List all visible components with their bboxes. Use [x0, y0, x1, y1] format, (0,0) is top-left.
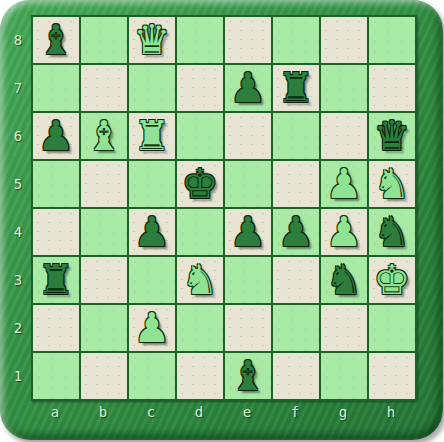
square-b5[interactable]: [81, 161, 127, 207]
square-g2[interactable]: [321, 305, 367, 351]
dark-pawn-c4[interactable]: ♟: [129, 209, 175, 255]
dark-pawn-f4[interactable]: ♟: [273, 209, 319, 255]
rank-label-5: 5: [6, 160, 30, 208]
dark-pawn-a6[interactable]: ♟: [33, 113, 79, 159]
dark-bishop-e1[interactable]: ♝: [225, 353, 271, 399]
light-pawn-g5[interactable]: ♟: [321, 161, 367, 207]
chess-board: ♝♛♟♜♟♝♜♛♚♟♞♟♟♟♟♞♜♞♞♚♟♝: [31, 15, 417, 401]
dark-knight-h4[interactable]: ♞: [369, 209, 415, 255]
square-b1[interactable]: [81, 353, 127, 399]
file-label-e: e: [223, 401, 271, 423]
square-b8[interactable]: [81, 17, 127, 63]
square-h3[interactable]: ♚: [369, 257, 415, 303]
dark-knight-g3[interactable]: ♞: [321, 257, 367, 303]
file-label-b: b: [79, 401, 127, 423]
light-rook-c6[interactable]: ♜: [129, 113, 175, 159]
square-d5[interactable]: ♚: [177, 161, 223, 207]
square-c3[interactable]: [129, 257, 175, 303]
file-label-c: c: [127, 401, 175, 423]
square-f6[interactable]: [273, 113, 319, 159]
square-f1[interactable]: [273, 353, 319, 399]
square-h5[interactable]: ♞: [369, 161, 415, 207]
rank-label-2: 2: [6, 304, 30, 352]
square-a3[interactable]: ♜: [33, 257, 79, 303]
square-c5[interactable]: [129, 161, 175, 207]
square-f8[interactable]: [273, 17, 319, 63]
square-e5[interactable]: [225, 161, 271, 207]
square-c4[interactable]: ♟: [129, 209, 175, 255]
square-a5[interactable]: [33, 161, 79, 207]
chess-app-window: 87654321 abcdefgh ♝♛♟♜♟♝♜♛♚♟♞♟♟♟♟♞♜♞♞♚♟♝: [0, 0, 444, 442]
square-h1[interactable]: [369, 353, 415, 399]
square-b6[interactable]: ♝: [81, 113, 127, 159]
rank-label-8: 8: [6, 16, 30, 64]
square-d6[interactable]: [177, 113, 223, 159]
file-label-h: h: [367, 401, 415, 423]
rank-label-7: 7: [6, 64, 30, 112]
square-h7[interactable]: [369, 65, 415, 111]
square-a4[interactable]: [33, 209, 79, 255]
file-label-g: g: [319, 401, 367, 423]
square-a2[interactable]: [33, 305, 79, 351]
dark-pawn-e7[interactable]: ♟: [225, 65, 271, 111]
square-a1[interactable]: [33, 353, 79, 399]
square-e3[interactable]: [225, 257, 271, 303]
dark-king-d5[interactable]: ♚: [177, 161, 223, 207]
square-c1[interactable]: [129, 353, 175, 399]
light-knight-h5[interactable]: ♞: [369, 161, 415, 207]
light-pawn-c2[interactable]: ♟: [129, 305, 175, 351]
square-f4[interactable]: ♟: [273, 209, 319, 255]
square-h4[interactable]: ♞: [369, 209, 415, 255]
light-queen-c8[interactable]: ♛: [129, 17, 175, 63]
square-f3[interactable]: [273, 257, 319, 303]
square-b7[interactable]: [81, 65, 127, 111]
square-g3[interactable]: ♞: [321, 257, 367, 303]
light-knight-d3[interactable]: ♞: [177, 257, 223, 303]
square-c6[interactable]: ♜: [129, 113, 175, 159]
square-e4[interactable]: ♟: [225, 209, 271, 255]
dark-queen-h6[interactable]: ♛: [369, 113, 415, 159]
file-label-d: d: [175, 401, 223, 423]
rank-label-4: 4: [6, 208, 30, 256]
square-d8[interactable]: [177, 17, 223, 63]
square-d4[interactable]: [177, 209, 223, 255]
square-b3[interactable]: [81, 257, 127, 303]
rank-label-6: 6: [6, 112, 30, 160]
dark-rook-a3[interactable]: ♜: [33, 257, 79, 303]
light-bishop-b6[interactable]: ♝: [81, 113, 127, 159]
square-a7[interactable]: [33, 65, 79, 111]
square-f5[interactable]: [273, 161, 319, 207]
square-b4[interactable]: [81, 209, 127, 255]
light-pawn-g4[interactable]: ♟: [321, 209, 367, 255]
dark-bishop-a8[interactable]: ♝: [33, 17, 79, 63]
file-label-f: f: [271, 401, 319, 423]
square-c2[interactable]: ♟: [129, 305, 175, 351]
dark-rook-f7[interactable]: ♜: [273, 65, 319, 111]
rank-label-1: 1: [6, 352, 30, 400]
square-d7[interactable]: [177, 65, 223, 111]
square-d1[interactable]: [177, 353, 223, 399]
square-e2[interactable]: [225, 305, 271, 351]
square-h2[interactable]: [369, 305, 415, 351]
square-c8[interactable]: ♛: [129, 17, 175, 63]
square-d3[interactable]: ♞: [177, 257, 223, 303]
square-f2[interactable]: [273, 305, 319, 351]
square-g6[interactable]: [321, 113, 367, 159]
square-e7[interactable]: ♟: [225, 65, 271, 111]
square-g8[interactable]: [321, 17, 367, 63]
square-c7[interactable]: [129, 65, 175, 111]
square-a6[interactable]: ♟: [33, 113, 79, 159]
square-g1[interactable]: [321, 353, 367, 399]
square-e1[interactable]: ♝: [225, 353, 271, 399]
square-g7[interactable]: [321, 65, 367, 111]
square-g5[interactable]: ♟: [321, 161, 367, 207]
square-b2[interactable]: [81, 305, 127, 351]
square-d2[interactable]: [177, 305, 223, 351]
square-e8[interactable]: [225, 17, 271, 63]
light-king-h3[interactable]: ♚: [369, 257, 415, 303]
square-h8[interactable]: [369, 17, 415, 63]
file-label-a: a: [31, 401, 79, 423]
square-f7[interactable]: ♜: [273, 65, 319, 111]
rank-label-3: 3: [6, 256, 30, 304]
square-e6[interactable]: [225, 113, 271, 159]
square-a8[interactable]: ♝: [33, 17, 79, 63]
square-g4[interactable]: ♟: [321, 209, 367, 255]
dark-pawn-e4[interactable]: ♟: [225, 209, 271, 255]
square-h6[interactable]: ♛: [369, 113, 415, 159]
